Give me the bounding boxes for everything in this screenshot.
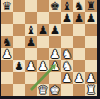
square-a1[interactable] [1,84,13,96]
chess-board: ♛♚♝♞♜♟♟♟♝♟♟♞♟♟♟♞♟♟♟♟♞♟♟♟♛♚♜ [1,0,97,96]
square-d3[interactable]: ♟ [37,60,49,72]
piece-white-pawn-d3[interactable]: ♟ [37,60,49,72]
square-f7[interactable]: ♟ [61,12,73,24]
square-c8[interactable] [25,0,37,12]
square-b7[interactable] [13,12,25,24]
square-h4[interactable] [85,48,97,60]
square-f2[interactable]: ♟ [61,72,73,84]
square-g4[interactable] [73,48,85,60]
square-d8[interactable] [37,0,49,12]
piece-white-pawn-a4[interactable]: ♟ [1,48,13,60]
square-f1[interactable] [61,84,73,96]
square-d5[interactable] [37,36,49,48]
piece-white-king-e1[interactable]: ♚ [49,84,61,96]
square-b2[interactable] [13,72,25,84]
square-h1[interactable]: ♜ [85,84,97,96]
square-d6[interactable]: ♟ [37,24,49,36]
piece-white-pawn-e3[interactable]: ♟ [49,60,61,72]
square-g6[interactable] [73,24,85,36]
square-a4[interactable]: ♟ [1,48,13,60]
piece-white-pawn-c3[interactable]: ♟ [25,60,37,72]
piece-black-pawn-e6[interactable]: ♟ [49,24,61,36]
piece-white-pawn-g2[interactable]: ♟ [73,72,85,84]
piece-black-king-e8[interactable]: ♚ [49,0,61,12]
square-e6[interactable]: ♟ [49,24,61,36]
piece-black-pawn-c5[interactable]: ♟ [25,36,37,48]
piece-black-pawn-g7[interactable]: ♟ [73,12,85,24]
piece-black-pawn-h7[interactable]: ♟ [85,12,97,24]
square-b8[interactable] [13,0,25,12]
square-e8[interactable]: ♚ [49,0,61,12]
square-c3[interactable]: ♟ [25,60,37,72]
square-a2[interactable] [1,72,13,84]
square-g5[interactable] [73,36,85,48]
piece-black-queen-a8[interactable]: ♛ [1,0,13,12]
square-d1[interactable]: ♛ [37,84,49,96]
square-c5[interactable]: ♟ [25,36,37,48]
square-g7[interactable]: ♟ [73,12,85,24]
square-a7[interactable] [1,12,13,24]
square-h5[interactable] [85,36,97,48]
square-g2[interactable]: ♟ [73,72,85,84]
square-a8[interactable]: ♛ [1,0,13,12]
piece-white-queen-d1[interactable]: ♛ [37,84,49,96]
piece-black-pawn-f7[interactable]: ♟ [61,12,73,24]
square-c2[interactable] [25,72,37,84]
square-h6[interactable] [85,24,97,36]
square-e1[interactable]: ♚ [49,84,61,96]
square-c1[interactable] [25,84,37,96]
square-a3[interactable] [1,60,13,72]
square-g1[interactable] [73,84,85,96]
square-f6[interactable] [61,24,73,36]
chess-app-window: ♛♚♝♞♜♟♟♟♝♟♟♞♟♟♟♞♟♟♟♟♞♟♟♟♛♚♜ [0,0,100,99]
piece-white-rook-h1[interactable]: ♜ [85,84,97,96]
square-h7[interactable]: ♟ [85,12,97,24]
square-b1[interactable] [13,84,25,96]
square-b6[interactable] [13,24,25,36]
square-b3[interactable]: ♟ [13,60,25,72]
piece-black-pawn-b3[interactable]: ♟ [13,60,25,72]
piece-white-pawn-f2[interactable]: ♟ [61,72,73,84]
piece-black-pawn-d6[interactable]: ♟ [37,24,49,36]
square-b5[interactable] [13,36,25,48]
square-e3[interactable]: ♟ [49,60,61,72]
